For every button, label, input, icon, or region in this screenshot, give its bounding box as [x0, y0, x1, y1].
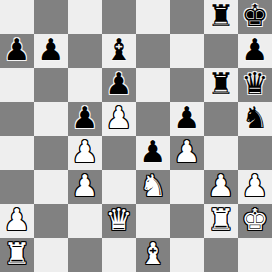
black-pawn-icon[interactable]: ♟	[242, 33, 269, 67]
square-d3[interactable]	[102, 170, 136, 204]
square-h6[interactable]: ♛	[238, 68, 272, 102]
white-knight-icon[interactable]: ♞	[140, 169, 167, 203]
square-g7[interactable]	[204, 34, 238, 68]
white-bishop-icon[interactable]: ♝	[140, 237, 167, 271]
square-d8[interactable]	[102, 0, 136, 34]
black-pawn-icon[interactable]: ♟	[106, 67, 133, 101]
square-g4[interactable]	[204, 136, 238, 170]
square-b7[interactable]: ♟	[34, 34, 68, 68]
square-b6[interactable]	[34, 68, 68, 102]
square-g6[interactable]: ♜	[204, 68, 238, 102]
square-b2[interactable]	[34, 204, 68, 238]
square-a2[interactable]: ♟	[0, 204, 34, 238]
square-f6[interactable]	[170, 68, 204, 102]
square-f3[interactable]	[170, 170, 204, 204]
white-pawn-icon[interactable]: ♟	[106, 101, 133, 135]
square-e2[interactable]	[136, 204, 170, 238]
black-pawn-icon[interactable]: ♟	[4, 33, 31, 67]
square-d2[interactable]: ♛	[102, 204, 136, 238]
square-h2[interactable]: ♚	[238, 204, 272, 238]
square-b4[interactable]	[34, 136, 68, 170]
square-e1[interactable]: ♝	[136, 238, 170, 272]
square-f5[interactable]: ♟	[170, 102, 204, 136]
square-h3[interactable]: ♟	[238, 170, 272, 204]
square-a1[interactable]: ♜	[0, 238, 34, 272]
square-c6[interactable]	[68, 68, 102, 102]
square-a3[interactable]	[0, 170, 34, 204]
square-c3[interactable]: ♟	[68, 170, 102, 204]
square-d7[interactable]: ♝	[102, 34, 136, 68]
black-knight-icon[interactable]: ♞	[242, 101, 269, 135]
black-pawn-icon[interactable]: ♟	[38, 33, 65, 67]
square-h8[interactable]: ♚	[238, 0, 272, 34]
square-d1[interactable]	[102, 238, 136, 272]
white-pawn-icon[interactable]: ♟	[174, 135, 201, 169]
white-rook-icon[interactable]: ♜	[4, 237, 31, 271]
black-king-icon[interactable]: ♚	[242, 0, 269, 33]
square-c2[interactable]	[68, 204, 102, 238]
square-f1[interactable]	[170, 238, 204, 272]
square-d4[interactable]	[102, 136, 136, 170]
white-pawn-icon[interactable]: ♟	[4, 203, 31, 237]
square-g1[interactable]	[204, 238, 238, 272]
square-e6[interactable]	[136, 68, 170, 102]
square-a6[interactable]	[0, 68, 34, 102]
black-queen-icon[interactable]: ♛	[242, 67, 269, 101]
white-pawn-icon[interactable]: ♟	[208, 169, 235, 203]
square-a4[interactable]	[0, 136, 34, 170]
square-h5[interactable]: ♞	[238, 102, 272, 136]
square-f4[interactable]: ♟	[170, 136, 204, 170]
chess-board: ♜♚♟♟♝♟♟♜♛♟♟♟♞♟♟♟♟♞♟♟♟♛♜♚♜♝	[0, 0, 272, 272]
square-h1[interactable]	[238, 238, 272, 272]
square-f2[interactable]	[170, 204, 204, 238]
square-f8[interactable]	[170, 0, 204, 34]
square-g3[interactable]: ♟	[204, 170, 238, 204]
square-h7[interactable]: ♟	[238, 34, 272, 68]
square-a5[interactable]	[0, 102, 34, 136]
square-f7[interactable]	[170, 34, 204, 68]
white-pawn-icon[interactable]: ♟	[242, 169, 269, 203]
square-b8[interactable]	[34, 0, 68, 34]
black-pawn-icon[interactable]: ♟	[140, 135, 167, 169]
square-a8[interactable]	[0, 0, 34, 34]
black-pawn-icon[interactable]: ♟	[174, 101, 201, 135]
square-d6[interactable]: ♟	[102, 68, 136, 102]
square-a7[interactable]: ♟	[0, 34, 34, 68]
square-d5[interactable]: ♟	[102, 102, 136, 136]
square-g5[interactable]	[204, 102, 238, 136]
square-e8[interactable]	[136, 0, 170, 34]
square-c7[interactable]	[68, 34, 102, 68]
white-pawn-icon[interactable]: ♟	[72, 169, 99, 203]
black-rook-icon[interactable]: ♜	[208, 0, 235, 33]
white-king-icon[interactable]: ♚	[242, 203, 269, 237]
square-c4[interactable]: ♟	[68, 136, 102, 170]
square-e5[interactable]	[136, 102, 170, 136]
square-b1[interactable]	[34, 238, 68, 272]
white-queen-icon[interactable]: ♛	[106, 203, 133, 237]
square-b3[interactable]	[34, 170, 68, 204]
square-c8[interactable]	[68, 0, 102, 34]
square-g2[interactable]: ♜	[204, 204, 238, 238]
square-c1[interactable]	[68, 238, 102, 272]
square-g8[interactable]: ♜	[204, 0, 238, 34]
black-rook-icon[interactable]: ♜	[208, 67, 235, 101]
square-c5[interactable]: ♟	[68, 102, 102, 136]
square-h4[interactable]	[238, 136, 272, 170]
square-e7[interactable]	[136, 34, 170, 68]
black-bishop-icon[interactable]: ♝	[106, 33, 133, 67]
white-pawn-icon[interactable]: ♟	[72, 135, 99, 169]
square-b5[interactable]	[34, 102, 68, 136]
square-e3[interactable]: ♞	[136, 170, 170, 204]
white-rook-icon[interactable]: ♜	[208, 203, 235, 237]
square-e4[interactable]: ♟	[136, 136, 170, 170]
black-pawn-icon[interactable]: ♟	[72, 101, 99, 135]
